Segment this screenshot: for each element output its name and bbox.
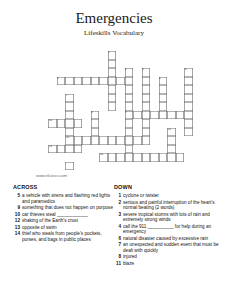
grid-cell-5-1 (57, 94, 66, 103)
grid-cell-4-15 (176, 85, 185, 94)
grid-cell-5-6 (99, 94, 108, 103)
grid-cell-0-13 (159, 51, 168, 60)
grid-cell-1-1 (57, 60, 66, 69)
grid-cell-0-2 (65, 51, 74, 60)
grid-cell-2-9[interactable]: 2 (125, 68, 134, 77)
grid-cell-9-3 (74, 128, 83, 137)
across-clue-10: 10car thieves steal ____________ (13, 211, 113, 216)
grid-cell-11-2[interactable] (65, 145, 74, 154)
grid-cell-11-1[interactable] (57, 145, 66, 154)
grid-cell-10-16 (184, 136, 193, 145)
grid-cell-1-2 (65, 60, 74, 69)
grid-cell-3-0 (48, 77, 57, 86)
grid-cell-8-4 (82, 119, 91, 128)
grid-cell-2-2 (65, 68, 74, 77)
grid-cell-4-10 (133, 85, 142, 94)
grid-cell-7-5[interactable]: 8 (91, 111, 100, 120)
cell-number-14: 14 (100, 153, 103, 156)
grid-cell-11-7 (108, 145, 117, 154)
cell-number-11: 11 (168, 128, 171, 131)
grid-cell-7-14[interactable] (167, 111, 176, 120)
grid-cell-8-1[interactable] (57, 119, 66, 128)
grid-cell-9-10 (133, 128, 142, 137)
grid-cell-11-13 (159, 145, 168, 154)
grid-cell-12-15[interactable] (176, 153, 185, 162)
grid-cell-10-7[interactable] (108, 136, 117, 145)
grid-cell-4-13[interactable] (159, 85, 168, 94)
grid-cell-0-7[interactable]: 1 (108, 51, 117, 60)
down-clue-1: 1cyclone or twister (114, 193, 226, 198)
clue-text: something that does not happen on purpos… (22, 205, 113, 210)
clue-text: cyclone or twister (123, 193, 226, 198)
grid-cell-10-10[interactable] (133, 136, 142, 145)
grid-cell-10-9[interactable] (125, 136, 134, 145)
grid-cell-4-14 (167, 85, 176, 94)
cell-number-3: 3 (142, 68, 144, 71)
grid-cell-3-7[interactable] (108, 77, 117, 86)
grid-cell-1-5 (91, 60, 100, 69)
grid-cell-8-9[interactable] (125, 119, 134, 128)
grid-cell-12-6[interactable]: 14 (99, 153, 108, 162)
grid-cell-9-14[interactable]: 11 (167, 128, 176, 137)
grid-cell-12-7[interactable] (108, 153, 117, 162)
grid-cell-13-0 (48, 162, 57, 171)
grid-cell-9-5[interactable] (91, 128, 100, 137)
grid-cell-11-6 (99, 145, 108, 154)
grid-cell-5-12 (150, 94, 159, 103)
grid-cell-8-8 (116, 119, 125, 128)
worksheet-page: Emergencies Lifeskills Vocabulary 123456… (0, 0, 228, 295)
grid-cell-7-7 (108, 111, 117, 120)
grid-cell-7-4 (82, 111, 91, 120)
cell-number-1: 1 (108, 51, 110, 54)
grid-cell-6-14 (167, 102, 176, 111)
grid-cell-7-16[interactable] (184, 111, 193, 120)
clue-text: injured (123, 254, 226, 259)
grid-cell-10-3[interactable] (74, 136, 83, 145)
grid-cell-1-13 (159, 60, 168, 69)
grid-cell-2-1 (57, 68, 66, 77)
grid-cell-10-5[interactable] (91, 136, 100, 145)
grid-cell-9-0 (48, 128, 57, 137)
grid-cell-6-15 (176, 102, 185, 111)
grid-cell-8-3[interactable] (74, 119, 83, 128)
grid-cell-4-6 (99, 85, 108, 94)
grid-cell-9-4 (82, 128, 91, 137)
grid-cell-3-4[interactable] (82, 77, 91, 86)
grid-cell-10-15 (176, 136, 185, 145)
grid-cell-12-3 (74, 153, 83, 162)
grid-cell-9-6 (99, 128, 108, 137)
clue-number: 2 (114, 199, 121, 210)
grid-cell-4-0 (48, 85, 57, 94)
crossword-grid: 1234567891011121314 (48, 51, 193, 170)
grid-cell-11-3[interactable] (74, 145, 83, 154)
grid-cell-8-0[interactable]: 10 (48, 119, 57, 128)
grid-cell-6-5 (91, 102, 100, 111)
grid-cell-6-0 (48, 102, 57, 111)
grid-cell-1-14 (167, 60, 176, 69)
grid-cell-10-12 (150, 136, 159, 145)
grid-cell-8-7 (108, 119, 117, 128)
grid-cell-12-11[interactable] (142, 153, 151, 162)
clue-number: 6 (114, 235, 121, 240)
grid-cell-4-5 (91, 85, 100, 94)
grid-cell-13-7 (108, 162, 117, 171)
cell-number-10: 10 (49, 119, 52, 122)
grid-cell-6-8 (116, 102, 125, 111)
grid-cell-13-14 (167, 162, 176, 171)
grid-cell-6-4 (82, 102, 91, 111)
grid-cell-0-1 (57, 51, 66, 60)
cell-number-13: 13 (49, 145, 52, 148)
grid-cell-8-11[interactable] (142, 119, 151, 128)
clue-text: call the 911 __________ for help during … (123, 223, 226, 234)
grid-cell-5-4 (82, 94, 91, 103)
grid-cell-1-0 (48, 60, 57, 69)
grid-cell-1-16 (184, 60, 193, 69)
grid-cell-5-7[interactable] (108, 94, 117, 103)
grid-cell-8-13 (159, 119, 168, 128)
grid-cell-13-11 (142, 162, 151, 171)
grid-cell-0-9 (125, 51, 134, 60)
clue-text: blaze (123, 260, 226, 265)
grid-cell-1-4 (82, 60, 91, 69)
clue-text: opposite of swim (22, 224, 113, 229)
grid-cell-3-13[interactable]: 6 (159, 77, 168, 86)
grid-cell-2-12 (150, 68, 159, 77)
grid-cell-6-1 (57, 102, 66, 111)
grid-cell-10-14[interactable] (167, 136, 176, 145)
clue-text: a vehicle with sirens and flashing red l… (22, 193, 113, 204)
down-section: DOWN 1cyclone or twister2serious and pai… (114, 184, 226, 295)
grid-cell-7-2[interactable] (65, 111, 74, 120)
grid-cell-3-12 (150, 77, 159, 86)
grid-cell-6-9[interactable] (125, 102, 134, 111)
cell-number-8: 8 (91, 111, 93, 114)
grid-cell-9-8 (116, 128, 125, 137)
grid-cell-12-4 (82, 153, 91, 162)
clue-number: 9 (13, 205, 20, 210)
grid-cell-1-9 (125, 60, 134, 69)
grid-cell-7-11[interactable] (142, 111, 151, 120)
grid-cell-2-10 (133, 68, 142, 77)
grid-cell-0-10 (133, 51, 142, 60)
footer-url: www.elcivics.com (36, 173, 116, 178)
grid-cell-11-0[interactable]: 13 (48, 145, 57, 154)
grid-cell-8-2[interactable] (65, 119, 74, 128)
grid-cell-11-4 (82, 145, 91, 154)
grid-cell-13-3 (74, 162, 83, 171)
grid-cell-4-9[interactable] (125, 85, 134, 94)
grid-cell-7-10[interactable] (133, 111, 142, 120)
grid-cell-13-8 (116, 162, 125, 171)
grid-cell-1-12 (150, 60, 159, 69)
grid-cell-3-16[interactable] (184, 77, 193, 86)
grid-cell-1-6 (99, 60, 108, 69)
grid-cell-8-5[interactable] (91, 119, 100, 128)
grid-cell-6-6 (99, 102, 108, 111)
down-clue-7: 7an unexpected and sudden event that mus… (114, 242, 226, 253)
clue-text: an unexpected and sudden event that must… (123, 242, 226, 253)
grid-cell-2-14 (167, 68, 176, 77)
across-clue-12: 12shaking of the Earth's crust (13, 218, 113, 223)
grid-cell-5-9[interactable] (125, 94, 134, 103)
clue-number: 10 (13, 211, 20, 216)
grid-cell-3-2[interactable] (65, 77, 74, 86)
grid-cell-13-4 (82, 162, 91, 171)
grid-cell-1-8 (116, 60, 125, 69)
grid-cell-12-14[interactable] (167, 153, 176, 162)
grid-cell-11-10 (133, 145, 142, 154)
clue-number: 3 (114, 211, 121, 222)
across-clue-5: 5a vehicle with sirens and flashing red … (13, 193, 113, 204)
down-clue-11: 11blaze (114, 260, 226, 265)
grid-cell-5-5 (91, 94, 100, 103)
grid-cell-11-14[interactable] (167, 145, 176, 154)
grid-cell-11-16 (184, 145, 193, 154)
down-clue-2: 2serious and painful interruption of the… (114, 199, 226, 210)
clue-number: 12 (13, 218, 20, 223)
grid-cell-7-15[interactable] (176, 111, 185, 120)
grid-cell-12-10[interactable] (133, 153, 142, 162)
grid-cell-12-1 (57, 153, 66, 162)
grid-cell-2-4 (82, 68, 91, 77)
footer: www.elcivics.com (36, 173, 116, 182)
grid-cell-0-14 (167, 51, 176, 60)
grid-cell-4-3 (74, 85, 83, 94)
clue-number: 8 (114, 254, 121, 259)
grid-cell-13-5 (91, 162, 100, 171)
grid-cell-6-13[interactable] (159, 102, 168, 111)
grid-cell-8-15 (176, 119, 185, 128)
down-header: DOWN (114, 184, 226, 190)
grid-cell-0-6 (99, 51, 108, 60)
grid-cell-3-1[interactable]: 5 (57, 77, 66, 86)
grid-cell-11-11 (142, 145, 151, 154)
grid-cell-4-16[interactable] (184, 85, 193, 94)
grid-cell-10-4[interactable] (82, 136, 91, 145)
grid-cell-0-8 (116, 51, 125, 60)
grid-cell-5-15 (176, 94, 185, 103)
grid-cell-1-10 (133, 60, 142, 69)
grid-cell-4-11[interactable] (142, 85, 151, 94)
grid-cell-3-14 (167, 77, 176, 86)
cell-number-6: 6 (159, 77, 161, 80)
grid-cell-5-13[interactable] (159, 94, 168, 103)
grid-cell-9-1 (57, 128, 66, 137)
clue-text: severe tropical storms with lots of rain… (123, 211, 226, 222)
grid-cell-13-15 (176, 162, 185, 171)
grid-cell-5-2[interactable]: 7 (65, 94, 74, 103)
grid-cell-4-4 (82, 85, 91, 94)
clue-text: shaking of the Earth's crust (22, 218, 113, 223)
grid-cell-5-16[interactable] (184, 94, 193, 103)
grid-cell-0-15 (176, 51, 185, 60)
grid-cell-6-7[interactable] (108, 102, 117, 111)
across-header: ACROSS (13, 184, 113, 190)
grid-cell-0-4 (82, 51, 91, 60)
down-clue-list: 1cyclone or twister2serious and painful … (114, 193, 226, 266)
grid-cell-12-16 (184, 153, 193, 162)
across-clue-14: 14thief who steals from people's pockets… (13, 231, 113, 242)
grid-cell-13-16 (184, 162, 193, 171)
grid-cell-6-10 (133, 102, 142, 111)
clue-text: natural disaster caused by excessive rai… (123, 235, 226, 240)
cell-number-2: 2 (125, 68, 127, 71)
grid-cell-13-10 (133, 162, 142, 171)
grid-cell-1-11 (142, 60, 151, 69)
grid-cell-13-2[interactable] (65, 162, 74, 171)
grid-cell-3-5[interactable] (91, 77, 100, 86)
across-clue-13: 13opposite of swim (13, 224, 113, 229)
grid-cell-13-6 (99, 162, 108, 171)
grid-cell-5-0 (48, 94, 57, 103)
grid-cell-10-8[interactable] (116, 136, 125, 145)
page-subtitle: Lifeskills Vocabulary (0, 29, 228, 37)
grid-cell-7-8 (116, 111, 125, 120)
grid-cell-0-5 (91, 51, 100, 60)
grid-cell-7-3 (74, 111, 83, 120)
grid-cell-3-15 (176, 77, 185, 86)
grid-cell-11-5 (91, 145, 100, 154)
grid-cell-13-9 (125, 162, 134, 171)
grid-cell-10-13 (159, 136, 168, 145)
cell-number-9: 9 (125, 111, 127, 114)
grid-cell-2-0 (48, 68, 57, 77)
grid-cell-11-8 (116, 145, 125, 154)
grid-cell-2-15 (176, 68, 185, 77)
clue-number: 7 (114, 242, 121, 253)
grid-cell-6-12 (150, 102, 159, 111)
grid-cell-8-12 (150, 119, 159, 128)
grid-cell-3-9[interactable] (125, 77, 134, 86)
across-section: ACROSS 5a vehicle with sirens and flashi… (13, 184, 113, 295)
grid-cell-8-6 (99, 119, 108, 128)
grid-cell-11-15 (176, 145, 185, 154)
grid-cell-6-11[interactable] (142, 102, 151, 111)
grid-cell-5-8 (116, 94, 125, 103)
grid-cell-6-2[interactable] (65, 102, 74, 111)
grid-cell-0-11 (142, 51, 151, 60)
grid-cell-7-13[interactable] (159, 111, 168, 120)
page-title: Emergencies (0, 10, 228, 27)
cell-number-7: 7 (66, 94, 68, 97)
grid-cell-12-9[interactable] (125, 153, 134, 162)
grid-cell-10-2[interactable]: 12 (65, 136, 74, 145)
grid-cell-13-13 (159, 162, 168, 171)
clue-number: 4 (114, 223, 121, 234)
grid-cell-1-7[interactable] (108, 60, 117, 69)
grid-cell-3-6[interactable] (99, 77, 108, 86)
grid-cell-0-3 (74, 51, 83, 60)
grid-cell-9-11[interactable] (142, 128, 151, 137)
grid-cell-8-14 (167, 119, 176, 128)
cell-number-5: 5 (57, 77, 59, 80)
grid-cell-12-2 (65, 153, 74, 162)
cell-number-12: 12 (66, 136, 69, 139)
clue-number: 1 (114, 193, 121, 198)
grid-cell-3-11[interactable] (142, 77, 151, 86)
grid-cell-4-2 (65, 85, 74, 94)
grid-cell-2-6 (99, 68, 108, 77)
grid-cell-9-2[interactable] (65, 128, 74, 137)
grid-cell-9-16[interactable] (184, 128, 193, 137)
clue-number: 14 (13, 231, 20, 242)
grid-cell-7-6 (99, 111, 108, 120)
grid-cell-10-0 (48, 136, 57, 145)
grid-cell-5-11[interactable] (142, 94, 151, 103)
grid-cell-10-6[interactable] (99, 136, 108, 145)
grid-cell-3-10 (133, 77, 142, 86)
grid-cell-3-3[interactable] (74, 77, 83, 86)
grid-cell-9-9[interactable] (125, 128, 134, 137)
grid-cell-12-13[interactable] (159, 153, 168, 162)
grid-cell-2-5 (91, 68, 100, 77)
grid-cell-5-14 (167, 94, 176, 103)
grid-cell-12-12[interactable] (150, 153, 159, 162)
grid-cell-8-10 (133, 119, 142, 128)
grid-cell-1-3 (74, 60, 83, 69)
grid-cell-2-13 (159, 68, 168, 77)
clue-number: 11 (114, 260, 121, 265)
grid-cell-4-7[interactable] (108, 85, 117, 94)
grid-cell-4-12 (150, 85, 159, 94)
grid-cell-0-16 (184, 51, 193, 60)
grid-cell-6-16[interactable] (184, 102, 193, 111)
grid-cell-2-8 (116, 68, 125, 77)
clue-text: thief who steals from people's pockets, … (22, 231, 113, 242)
grid-cell-2-11[interactable]: 3 (142, 68, 151, 77)
grid-cell-7-12[interactable] (150, 111, 159, 120)
grid-cell-0-12 (150, 51, 159, 60)
grid-cell-9-7 (108, 128, 117, 137)
grid-cell-1-15 (176, 60, 185, 69)
grid-cell-10-11[interactable] (142, 136, 151, 145)
down-clue-4: 4call the 911 __________ for help during… (114, 223, 226, 234)
grid-cell-13-12 (150, 162, 159, 171)
across-clue-9: 9something that does not happen on purpo… (13, 205, 113, 210)
across-clue-list: 5a vehicle with sirens and flashing red … (13, 193, 113, 242)
grid-cell-2-16[interactable]: 4 (184, 68, 193, 77)
grid-cell-2-7[interactable] (108, 68, 117, 77)
grid-cell-2-3 (74, 68, 83, 77)
grid-cell-4-8 (116, 85, 125, 94)
grid-cell-4-1 (57, 85, 66, 94)
grid-cell-12-0 (48, 153, 57, 162)
clue-number: 5 (13, 193, 20, 204)
grid-cell-6-3 (74, 102, 83, 111)
grid-cell-12-5 (91, 153, 100, 162)
grid-cell-8-16[interactable] (184, 119, 193, 128)
clue-text: serious and painful interruption of the … (123, 199, 226, 210)
grid-cell-9-15 (176, 128, 185, 137)
grid-cell-9-12 (150, 128, 159, 137)
down-clue-6: 6natural disaster caused by excessive ra… (114, 235, 226, 240)
grid-cell-9-13 (159, 128, 168, 137)
cell-number-4: 4 (185, 68, 187, 71)
grid-cell-13-1 (57, 162, 66, 171)
grid-cell-7-9[interactable]: 9 (125, 111, 134, 120)
grid-cell-5-10 (133, 94, 142, 103)
clue-number: 13 (13, 224, 20, 229)
grid-cell-11-9[interactable] (125, 145, 134, 154)
grid-cell-12-8[interactable] (116, 153, 125, 162)
grid-cell-5-3 (74, 94, 83, 103)
down-clue-3: 3severe tropical storms with lots of rai… (114, 211, 226, 222)
grid-cell-0-0 (48, 51, 57, 60)
grid-cell-3-8[interactable] (116, 77, 125, 86)
